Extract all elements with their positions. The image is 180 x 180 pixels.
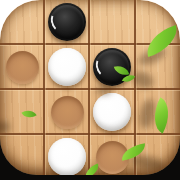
leaf-icon [21,107,36,122]
leaf-icon [120,143,147,160]
leaves-layer [0,0,180,175]
app-icon[interactable] [0,0,180,180]
leaf-icon [83,164,101,175]
leaf-icon [141,25,180,57]
board [0,0,180,175]
leaf-icon [146,97,177,133]
